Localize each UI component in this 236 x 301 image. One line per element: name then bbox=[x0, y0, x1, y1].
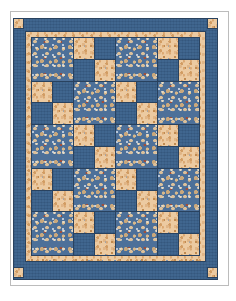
cornerstone-top-left bbox=[13, 18, 24, 29]
block-r5c3-floral bbox=[116, 212, 157, 255]
block-r4c1-fourpatch bbox=[32, 169, 73, 212]
patch-tan-print bbox=[179, 60, 199, 81]
patch-tan-print bbox=[179, 234, 199, 255]
patch-solid-blue bbox=[158, 234, 178, 255]
patch-solid-blue bbox=[137, 82, 157, 103]
patch-tan-print bbox=[53, 103, 73, 124]
block-r3c2-fourpatch bbox=[74, 125, 115, 168]
block-r4c3-fourpatch bbox=[116, 169, 157, 212]
patch-solid-blue bbox=[179, 125, 199, 146]
patch-tan-print bbox=[74, 212, 94, 233]
patch-tan-print bbox=[95, 234, 115, 255]
patch-solid-blue bbox=[95, 38, 115, 59]
patch-tan-print bbox=[32, 169, 52, 190]
patch-solid-blue bbox=[95, 125, 115, 146]
quilt-board bbox=[13, 18, 218, 280]
patch-tan-print bbox=[74, 125, 94, 146]
block-r4c4-floral bbox=[158, 169, 199, 212]
block-r5c1-floral bbox=[32, 212, 73, 255]
block-r3c4-fourpatch bbox=[158, 125, 199, 168]
patch-tan-print bbox=[116, 169, 136, 190]
patch-tan-print bbox=[53, 191, 73, 212]
block-r2c3-fourpatch bbox=[116, 82, 157, 125]
patch-solid-blue bbox=[74, 60, 94, 81]
block-r1c2-fourpatch bbox=[74, 38, 115, 81]
patch-solid-blue bbox=[158, 147, 178, 168]
patch-tan-print bbox=[137, 103, 157, 124]
patch-solid-blue bbox=[137, 169, 157, 190]
block-r4c2-floral bbox=[74, 169, 115, 212]
patch-solid-blue bbox=[74, 147, 94, 168]
block-r2c1-fourpatch bbox=[32, 82, 73, 125]
block-r1c1-floral bbox=[32, 38, 73, 81]
patch-solid-blue bbox=[179, 212, 199, 233]
patch-tan-print bbox=[116, 82, 136, 103]
patch-tan-print bbox=[158, 212, 178, 233]
block-r3c1-floral bbox=[32, 125, 73, 168]
page-background: { "game": "quilt-block-layout (patchwork… bbox=[0, 0, 236, 301]
block-r5c2-fourpatch bbox=[74, 212, 115, 255]
block-r2c4-floral bbox=[158, 82, 199, 125]
patch-solid-blue bbox=[158, 60, 178, 81]
patch-tan-print bbox=[95, 147, 115, 168]
patch-solid-blue bbox=[32, 191, 52, 212]
patch-solid-blue bbox=[179, 38, 199, 59]
block-r1c4-fourpatch bbox=[158, 38, 199, 81]
block-r1c3-floral bbox=[116, 38, 157, 81]
patch-tan-print bbox=[95, 60, 115, 81]
inner-tan-border bbox=[25, 31, 206, 262]
patch-solid-blue bbox=[95, 212, 115, 233]
patch-solid-blue bbox=[32, 103, 52, 124]
patch-tan-print bbox=[158, 38, 178, 59]
patch-tan-print bbox=[158, 125, 178, 146]
cornerstone-bottom-right bbox=[207, 267, 218, 278]
block-grid bbox=[31, 37, 200, 256]
cornerstone-bottom-left bbox=[13, 267, 24, 278]
cornerstone-top-right bbox=[207, 18, 218, 29]
block-r3c3-floral bbox=[116, 125, 157, 168]
block-r5c4-fourpatch bbox=[158, 212, 199, 255]
patch-solid-blue bbox=[116, 191, 136, 212]
patch-solid-blue bbox=[53, 169, 73, 190]
patch-solid-blue bbox=[53, 82, 73, 103]
patch-tan-print bbox=[137, 191, 157, 212]
patch-tan-print bbox=[179, 147, 199, 168]
patch-tan-print bbox=[74, 38, 94, 59]
patch-solid-blue bbox=[74, 234, 94, 255]
block-r2c2-floral bbox=[74, 82, 115, 125]
patch-tan-print bbox=[32, 82, 52, 103]
patch-solid-blue bbox=[116, 103, 136, 124]
